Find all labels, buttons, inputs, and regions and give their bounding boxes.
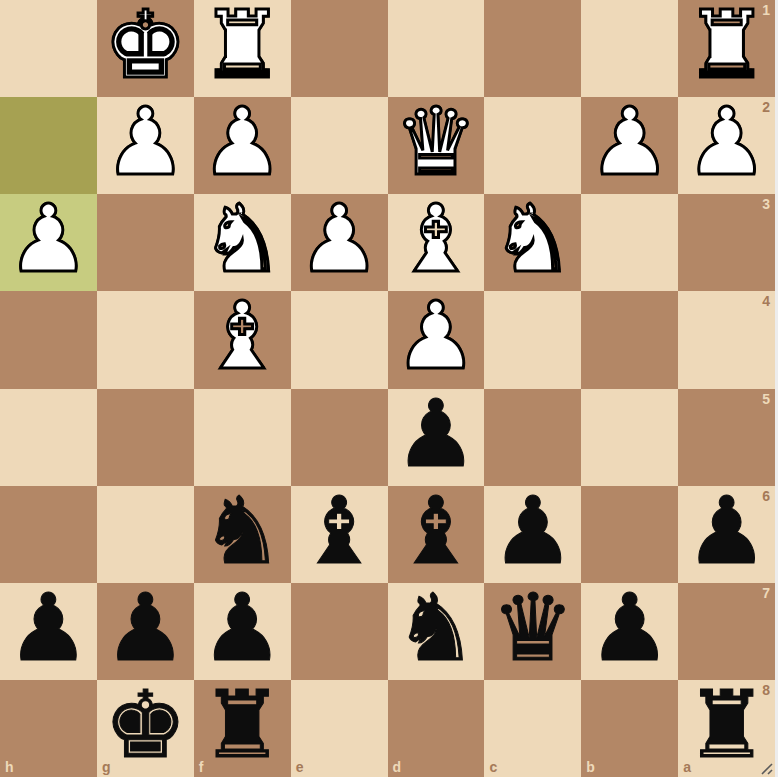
black-queen-piece[interactable]: ♛ [491,583,574,675]
black-rook-piece[interactable]: ♜ [685,680,768,772]
black-knight-piece[interactable]: ♞ [201,486,284,578]
square-g1[interactable]: ♚ [97,0,194,97]
square-b7[interactable]: ♟ [581,583,678,680]
square-g7[interactable]: ♟ [97,583,194,680]
white-pawn-piece[interactable]: ♟ [297,194,380,286]
square-g3[interactable] [97,194,194,291]
black-pawn-piece[interactable]: ♟ [7,583,90,675]
board-resize-handle-icon[interactable] [760,762,773,775]
rank-label-7: 7 [762,586,770,600]
square-c6[interactable]: ♟ [484,486,581,583]
square-d8[interactable]: d [388,680,485,777]
square-e2[interactable] [291,97,388,194]
square-g8[interactable]: ♚g [97,680,194,777]
white-bishop-piece[interactable]: ♝ [394,194,477,286]
square-h6[interactable] [0,486,97,583]
black-rook-piece[interactable]: ♜ [201,680,284,772]
square-h7[interactable]: ♟ [0,583,97,680]
square-b1[interactable] [581,0,678,97]
square-b2[interactable]: ♟ [581,97,678,194]
square-f2[interactable]: ♟ [194,97,291,194]
black-pawn-piece[interactable]: ♟ [491,486,574,578]
square-e7[interactable] [291,583,388,680]
black-pawn-piece[interactable]: ♟ [104,583,187,675]
square-a4[interactable]: 4 [678,291,775,388]
file-label-b: b [586,760,595,774]
square-c8[interactable]: c [484,680,581,777]
square-h4[interactable] [0,291,97,388]
white-pawn-piece[interactable]: ♟ [7,194,90,286]
square-f5[interactable] [194,389,291,486]
black-pawn-piece[interactable]: ♟ [685,486,768,578]
square-b8[interactable]: b [581,680,678,777]
file-label-c: c [489,760,497,774]
square-d3[interactable]: ♝ [388,194,485,291]
black-pawn-piece[interactable]: ♟ [588,583,671,675]
square-e6[interactable]: ♝ [291,486,388,583]
white-pawn-piece[interactable]: ♟ [394,291,477,383]
square-f6[interactable]: ♞ [194,486,291,583]
square-e8[interactable]: e [291,680,388,777]
white-pawn-piece[interactable]: ♟ [588,97,671,189]
square-f1[interactable]: ♜ [194,0,291,97]
square-h1[interactable] [0,0,97,97]
square-g5[interactable] [97,389,194,486]
square-g6[interactable] [97,486,194,583]
square-a7[interactable]: 7 [678,583,775,680]
white-pawn-piece[interactable]: ♟ [685,97,768,189]
square-b5[interactable] [581,389,678,486]
square-a2[interactable]: ♟2 [678,97,775,194]
square-b4[interactable] [581,291,678,388]
white-king-piece[interactable]: ♚ [104,0,187,92]
square-h5[interactable] [0,389,97,486]
black-bishop-piece[interactable]: ♝ [394,486,477,578]
square-g2[interactable]: ♟ [97,97,194,194]
black-pawn-piece[interactable]: ♟ [201,583,284,675]
square-a8[interactable]: ♜8a [678,680,775,777]
square-f7[interactable]: ♟ [194,583,291,680]
square-c4[interactable] [484,291,581,388]
square-d4[interactable]: ♟ [388,291,485,388]
square-e1[interactable] [291,0,388,97]
rank-label-4: 4 [762,294,770,308]
black-bishop-piece[interactable]: ♝ [297,486,380,578]
white-pawn-piece[interactable]: ♟ [104,97,187,189]
rank-label-5: 5 [762,392,770,406]
file-label-d: d [393,760,402,774]
chess-board: ♚♜♜1♟♟♛♟♟2♟♞♟♝♞3♝♟4♟5♞♝♝♟♟6♟♟♟♞♛♟7h♚g♜fe… [0,0,775,777]
square-a1[interactable]: ♜1 [678,0,775,97]
square-c3[interactable]: ♞ [484,194,581,291]
square-b6[interactable] [581,486,678,583]
white-queen-piece[interactable]: ♛ [394,97,477,189]
square-d1[interactable] [388,0,485,97]
file-label-h: h [5,760,14,774]
square-a6[interactable]: ♟6 [678,486,775,583]
square-h8[interactable]: h [0,680,97,777]
square-f4[interactable]: ♝ [194,291,291,388]
white-pawn-piece[interactable]: ♟ [201,97,284,189]
square-e5[interactable] [291,389,388,486]
square-h2[interactable] [0,97,97,194]
square-b3[interactable] [581,194,678,291]
white-rook-piece[interactable]: ♜ [201,0,284,92]
square-h3[interactable]: ♟ [0,194,97,291]
rank-label-3: 3 [762,197,770,211]
file-label-e: e [296,760,304,774]
black-pawn-piece[interactable]: ♟ [394,389,477,481]
black-knight-piece[interactable]: ♞ [394,583,477,675]
square-c2[interactable] [484,97,581,194]
square-f8[interactable]: ♜f [194,680,291,777]
white-bishop-piece[interactable]: ♝ [201,291,284,383]
square-g4[interactable] [97,291,194,388]
square-c5[interactable] [484,389,581,486]
black-king-piece[interactable]: ♚ [104,680,187,772]
square-d5[interactable]: ♟ [388,389,485,486]
white-knight-piece[interactable]: ♞ [201,194,284,286]
square-c1[interactable] [484,0,581,97]
square-e3[interactable]: ♟ [291,194,388,291]
square-a5[interactable]: 5 [678,389,775,486]
square-d2[interactable]: ♛ [388,97,485,194]
square-e4[interactable] [291,291,388,388]
square-f3[interactable]: ♞ [194,194,291,291]
square-a3[interactable]: 3 [678,194,775,291]
square-d6[interactable]: ♝ [388,486,485,583]
square-c7[interactable]: ♛ [484,583,581,680]
white-knight-piece[interactable]: ♞ [491,194,574,286]
white-rook-piece[interactable]: ♜ [685,0,768,92]
square-d7[interactable]: ♞ [388,583,485,680]
